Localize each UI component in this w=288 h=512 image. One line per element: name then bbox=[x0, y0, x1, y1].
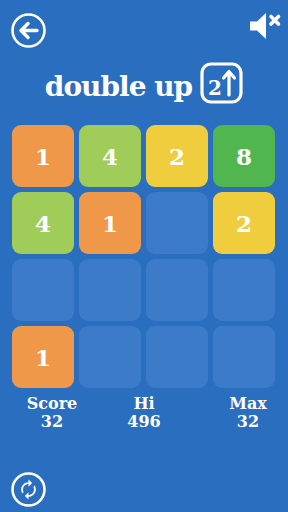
scoreboard: Score 32 Hi 496 Max 32 bbox=[0, 394, 288, 434]
tile-2: 2 bbox=[146, 125, 208, 187]
tile-4: 4 bbox=[79, 125, 141, 187]
max-label: Max bbox=[196, 394, 288, 413]
empty-cell bbox=[79, 326, 141, 388]
refresh-icon bbox=[10, 471, 47, 508]
empty-cell bbox=[213, 326, 275, 388]
max-column: Max 32 bbox=[196, 394, 288, 431]
tile-1: 1 bbox=[12, 326, 74, 388]
game-screen: double up 2 14284121 Score 32 Hi 496 Max… bbox=[0, 0, 288, 512]
logo-2-up-icon: 2 bbox=[200, 62, 243, 108]
score-value: 32 bbox=[0, 413, 104, 431]
back-button[interactable] bbox=[9, 11, 47, 49]
page-title: double up bbox=[45, 69, 192, 101]
hi-value: 496 bbox=[92, 413, 196, 431]
back-icon bbox=[10, 12, 47, 49]
title-row: double up 2 bbox=[0, 62, 288, 108]
hi-label: Hi bbox=[92, 394, 196, 413]
empty-cell bbox=[146, 259, 208, 321]
score-label: Score bbox=[0, 394, 104, 413]
empty-cell bbox=[213, 259, 275, 321]
board[interactable]: 14284121 bbox=[12, 125, 275, 388]
tile-1: 1 bbox=[79, 192, 141, 254]
empty-cell bbox=[146, 192, 208, 254]
svg-text:2: 2 bbox=[208, 76, 222, 100]
hi-column: Hi 496 bbox=[92, 394, 196, 431]
score-column: Score 32 bbox=[0, 394, 104, 431]
empty-cell bbox=[79, 259, 141, 321]
mute-button[interactable] bbox=[246, 7, 284, 45]
speaker-muted-icon bbox=[246, 7, 284, 45]
tile-1: 1 bbox=[12, 125, 74, 187]
empty-cell bbox=[12, 259, 74, 321]
empty-cell bbox=[146, 326, 208, 388]
restart-button[interactable] bbox=[9, 470, 47, 508]
tile-4: 4 bbox=[12, 192, 74, 254]
tile-8: 8 bbox=[213, 125, 275, 187]
max-value: 32 bbox=[196, 413, 288, 431]
tile-2: 2 bbox=[213, 192, 275, 254]
